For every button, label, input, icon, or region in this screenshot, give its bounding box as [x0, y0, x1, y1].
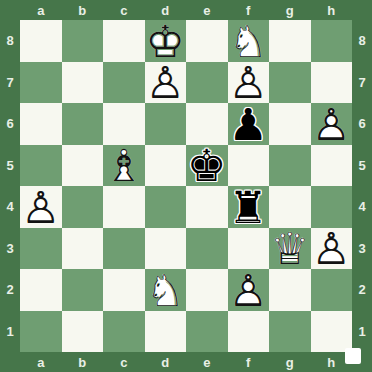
rank-label-4: 4: [352, 186, 372, 228]
piece-white-pawn: ♙: [228, 63, 270, 105]
square-c6[interactable]: [103, 103, 145, 145]
file-label-b: b: [62, 0, 104, 20]
square-b6[interactable]: [62, 103, 104, 145]
square-a4[interactable]: ♟♙: [20, 186, 62, 228]
piece-white-pawn: ♙: [311, 229, 353, 271]
square-d4[interactable]: [145, 186, 187, 228]
square-c2[interactable]: [103, 269, 145, 311]
piece-black-pawn: ♟: [228, 104, 270, 146]
white-to-move-indicator: [345, 348, 361, 364]
black-pawn-fill: ♟: [228, 104, 270, 146]
piece-white-bishop: ♗: [103, 146, 145, 188]
piece-white-pawn: ♙: [228, 270, 270, 312]
file-label-c: c: [103, 352, 145, 372]
square-c1[interactable]: [103, 311, 145, 353]
square-e8[interactable]: [186, 20, 228, 62]
square-h7[interactable]: [311, 62, 353, 104]
square-c4[interactable]: [103, 186, 145, 228]
square-c3[interactable]: [103, 228, 145, 270]
square-g2[interactable]: [269, 269, 311, 311]
white-knight-fill: ♞: [228, 21, 270, 63]
square-b5[interactable]: [62, 145, 104, 187]
square-e6[interactable]: [186, 103, 228, 145]
square-e1[interactable]: [186, 311, 228, 353]
square-g1[interactable]: [269, 311, 311, 353]
file-label-d: d: [145, 0, 187, 20]
square-d1[interactable]: [145, 311, 187, 353]
piece-white-king: ♔: [145, 21, 187, 63]
file-label-e: e: [186, 352, 228, 372]
black-rook-fill: ♜: [228, 187, 270, 229]
square-a2[interactable]: [20, 269, 62, 311]
square-a8[interactable]: [20, 20, 62, 62]
white-pawn-fill: ♟: [145, 63, 187, 105]
rank-label-6: 6: [0, 103, 20, 145]
square-b3[interactable]: [62, 228, 104, 270]
white-pawn-fill: ♟: [228, 63, 270, 105]
square-e4[interactable]: [186, 186, 228, 228]
square-f5[interactable]: [228, 145, 270, 187]
file-labels-top: abcdefgh: [20, 0, 352, 20]
square-f2[interactable]: ♟♙: [228, 269, 270, 311]
square-d6[interactable]: [145, 103, 187, 145]
white-bishop-fill: ♝: [103, 146, 145, 188]
square-d5[interactable]: [145, 145, 187, 187]
square-c8[interactable]: [103, 20, 145, 62]
square-d8[interactable]: ♚♔: [145, 20, 187, 62]
square-h8[interactable]: [311, 20, 353, 62]
square-e2[interactable]: [186, 269, 228, 311]
rank-label-2: 2: [352, 269, 372, 311]
rank-labels-left: 87654321: [0, 20, 20, 352]
white-pawn-fill: ♟: [311, 229, 353, 271]
piece-black-king: ♚: [186, 146, 228, 188]
square-c7[interactable]: [103, 62, 145, 104]
file-labels-bottom: abcdefgh: [20, 352, 352, 372]
rank-label-5: 5: [352, 145, 372, 187]
square-h6[interactable]: ♟♙: [311, 103, 353, 145]
rank-label-4: 4: [0, 186, 20, 228]
square-a7[interactable]: [20, 62, 62, 104]
piece-white-knight: ♘: [228, 21, 270, 63]
square-b7[interactable]: [62, 62, 104, 104]
square-g3[interactable]: ♛♕: [269, 228, 311, 270]
square-a5[interactable]: [20, 145, 62, 187]
file-label-a: a: [20, 352, 62, 372]
white-pawn-fill: ♟: [20, 187, 62, 229]
white-pawn-fill: ♟: [228, 270, 270, 312]
square-a3[interactable]: [20, 228, 62, 270]
file-label-a: a: [20, 0, 62, 20]
square-b8[interactable]: [62, 20, 104, 62]
square-h4[interactable]: [311, 186, 353, 228]
square-h3[interactable]: ♟♙: [311, 228, 353, 270]
rank-label-7: 7: [352, 62, 372, 104]
square-f1[interactable]: [228, 311, 270, 353]
rank-label-1: 1: [0, 311, 20, 353]
file-label-b: b: [62, 352, 104, 372]
rank-labels-right: 87654321: [352, 20, 372, 352]
white-pawn-fill: ♟: [311, 104, 353, 146]
file-label-h: h: [311, 0, 353, 20]
rank-label-2: 2: [0, 269, 20, 311]
rank-label-3: 3: [0, 228, 20, 270]
square-g7[interactable]: [269, 62, 311, 104]
board: ♚♔♞♘♟♙♟♙♟♟♟♙♝♗♚♚♟♙♜♜♛♕♟♙♞♘♟♙: [20, 20, 352, 352]
file-label-f: f: [228, 0, 270, 20]
rank-label-5: 5: [0, 145, 20, 187]
square-d7[interactable]: ♟♙: [145, 62, 187, 104]
square-h2[interactable]: [311, 269, 353, 311]
square-b2[interactable]: [62, 269, 104, 311]
piece-white-pawn: ♙: [145, 63, 187, 105]
chess-diagram: abcdefgh abcdefgh 87654321 87654321 ♚♔♞♘…: [0, 0, 372, 372]
file-label-c: c: [103, 0, 145, 20]
square-h5[interactable]: [311, 145, 353, 187]
square-f7[interactable]: ♟♙: [228, 62, 270, 104]
rank-label-8: 8: [0, 20, 20, 62]
square-a6[interactable]: [20, 103, 62, 145]
white-queen-fill: ♛: [269, 229, 311, 271]
rank-label-1: 1: [352, 311, 372, 353]
square-g5[interactable]: [269, 145, 311, 187]
square-g8[interactable]: [269, 20, 311, 62]
square-b1[interactable]: [62, 311, 104, 353]
piece-white-knight: ♘: [145, 270, 187, 312]
square-a1[interactable]: [20, 311, 62, 353]
piece-white-queen: ♕: [269, 229, 311, 271]
square-d3[interactable]: [145, 228, 187, 270]
rank-label-8: 8: [352, 20, 372, 62]
file-label-e: e: [186, 0, 228, 20]
square-g6[interactable]: [269, 103, 311, 145]
white-knight-fill: ♞: [145, 270, 187, 312]
square-g4[interactable]: [269, 186, 311, 228]
white-king-fill: ♚: [145, 21, 187, 63]
file-label-g: g: [269, 0, 311, 20]
square-e7[interactable]: [186, 62, 228, 104]
square-c5[interactable]: ♝♗: [103, 145, 145, 187]
square-d2[interactable]: ♞♘: [145, 269, 187, 311]
square-f4[interactable]: ♜♜: [228, 186, 270, 228]
square-e5[interactable]: ♚♚: [186, 145, 228, 187]
square-f6[interactable]: ♟♟: [228, 103, 270, 145]
rank-label-7: 7: [0, 62, 20, 104]
rank-label-3: 3: [352, 228, 372, 270]
file-label-g: g: [269, 352, 311, 372]
square-f8[interactable]: ♞♘: [228, 20, 270, 62]
rank-label-6: 6: [352, 103, 372, 145]
square-b4[interactable]: [62, 186, 104, 228]
square-h1[interactable]: [311, 311, 353, 353]
file-label-f: f: [228, 352, 270, 372]
piece-black-rook: ♜: [228, 187, 270, 229]
square-f3[interactable]: [228, 228, 270, 270]
piece-white-pawn: ♙: [311, 104, 353, 146]
square-e3[interactable]: [186, 228, 228, 270]
black-king-fill: ♚: [186, 146, 228, 188]
piece-white-pawn: ♙: [20, 187, 62, 229]
file-label-d: d: [145, 352, 187, 372]
